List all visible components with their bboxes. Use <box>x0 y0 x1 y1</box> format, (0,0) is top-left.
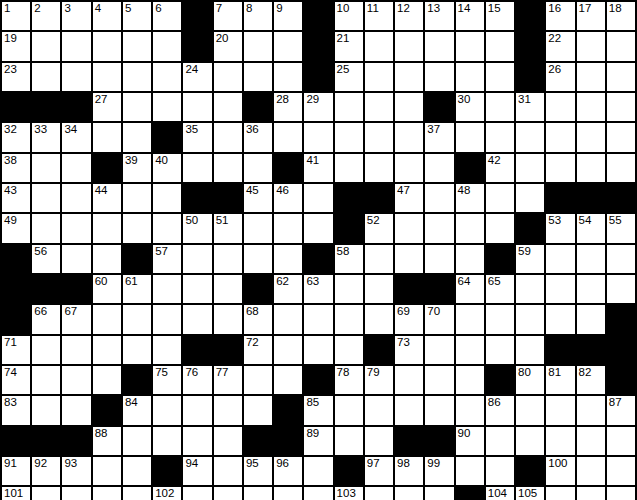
cell-r7c11[interactable] <box>303 183 333 213</box>
cell-r16c14[interactable]: 98 <box>394 456 424 486</box>
cell-r17c8[interactable] <box>213 486 243 500</box>
cell-r3c17[interactable] <box>485 62 515 92</box>
cell-r5c5[interactable] <box>122 122 152 152</box>
cell-r16c13[interactable]: 97 <box>364 456 394 486</box>
cell-r4c18[interactable]: 31 <box>515 92 545 122</box>
cell-r2c3[interactable] <box>61 31 91 61</box>
cell-r10c10[interactable]: 62 <box>273 274 303 304</box>
cell-r8c14[interactable] <box>394 213 424 243</box>
cell-r14c16[interactable] <box>455 395 485 425</box>
cell-r2c6[interactable] <box>152 31 182 61</box>
cell-r11c15[interactable]: 70 <box>424 304 454 334</box>
cell-r16c11[interactable] <box>303 456 333 486</box>
cell-r7c15[interactable] <box>424 183 454 213</box>
cell-r5c7[interactable]: 35 <box>182 122 212 152</box>
cell-r13c14[interactable] <box>394 365 424 395</box>
cell-r6c2[interactable] <box>31 153 61 183</box>
cell-r15c20[interactable] <box>576 426 606 456</box>
cell-r14c2[interactable] <box>31 395 61 425</box>
cell-r3c14[interactable] <box>394 62 424 92</box>
cell-r16c9[interactable]: 95 <box>243 456 273 486</box>
cell-r10c8[interactable] <box>213 274 243 304</box>
cell-r3c15[interactable] <box>424 62 454 92</box>
cell-r13c7[interactable]: 76 <box>182 365 212 395</box>
cell-r6c9[interactable] <box>243 153 273 183</box>
cell-r15c19[interactable] <box>545 426 575 456</box>
cell-r7c17[interactable] <box>485 183 515 213</box>
cell-r3c13[interactable] <box>364 62 394 92</box>
cell-r2c4[interactable] <box>92 31 122 61</box>
cell-r17c17[interactable]: 104 <box>485 486 515 500</box>
cell-r8c3[interactable] <box>61 213 91 243</box>
cell-r9c21[interactable] <box>606 244 636 274</box>
cell-r7c14[interactable]: 47 <box>394 183 424 213</box>
cell-r6c11[interactable]: 41 <box>303 153 333 183</box>
cell-r12c5[interactable] <box>122 335 152 365</box>
cell-r2c8[interactable]: 20 <box>213 31 243 61</box>
cell-r9c9[interactable] <box>243 244 273 274</box>
cell-r8c15[interactable] <box>424 213 454 243</box>
cell-r1c13[interactable]: 11 <box>364 1 394 31</box>
cell-r8c2[interactable] <box>31 213 61 243</box>
cell-r5c10[interactable] <box>273 122 303 152</box>
cell-r13c9[interactable] <box>243 365 273 395</box>
cell-r11c16[interactable] <box>455 304 485 334</box>
cell-r7c1[interactable]: 43 <box>1 183 31 213</box>
cell-r4c13[interactable] <box>364 92 394 122</box>
cell-r8c8[interactable]: 51 <box>213 213 243 243</box>
cell-r2c12[interactable]: 21 <box>334 31 364 61</box>
cell-r14c15[interactable] <box>424 395 454 425</box>
cell-r7c16[interactable]: 48 <box>455 183 485 213</box>
cell-r10c4[interactable]: 60 <box>92 274 122 304</box>
cell-r14c1[interactable]: 83 <box>1 395 31 425</box>
cell-r5c17[interactable] <box>485 122 515 152</box>
cell-r11c8[interactable] <box>213 304 243 334</box>
cell-r11c7[interactable] <box>182 304 212 334</box>
cell-r6c6[interactable]: 40 <box>152 153 182 183</box>
cell-r15c11[interactable]: 89 <box>303 426 333 456</box>
cell-r17c9[interactable] <box>243 486 273 500</box>
cell-r7c2[interactable] <box>31 183 61 213</box>
cell-r8c9[interactable] <box>243 213 273 243</box>
cell-r11c9[interactable]: 68 <box>243 304 273 334</box>
cell-r3c21[interactable] <box>606 62 636 92</box>
cell-r16c1[interactable]: 91 <box>1 456 31 486</box>
cell-r10c19[interactable] <box>545 274 575 304</box>
cell-r13c1[interactable]: 74 <box>1 365 31 395</box>
cell-r14c21[interactable]: 87 <box>606 395 636 425</box>
cell-r13c10[interactable] <box>273 365 303 395</box>
cell-r14c8[interactable] <box>213 395 243 425</box>
cell-r12c17[interactable] <box>485 335 515 365</box>
cell-r11c5[interactable] <box>122 304 152 334</box>
cell-r10c6[interactable] <box>152 274 182 304</box>
cell-r13c2[interactable] <box>31 365 61 395</box>
cell-r13c12[interactable]: 78 <box>334 365 364 395</box>
cell-r17c11[interactable] <box>303 486 333 500</box>
cell-r10c17[interactable]: 65 <box>485 274 515 304</box>
cell-r14c11[interactable]: 85 <box>303 395 333 425</box>
cell-r3c3[interactable] <box>61 62 91 92</box>
cell-r1c5[interactable]: 5 <box>122 1 152 31</box>
cell-r11c3[interactable]: 67 <box>61 304 91 334</box>
cell-r4c10[interactable]: 28 <box>273 92 303 122</box>
cell-r7c4[interactable]: 44 <box>92 183 122 213</box>
cell-r13c6[interactable]: 75 <box>152 365 182 395</box>
cell-r4c11[interactable]: 29 <box>303 92 333 122</box>
cell-r3c20[interactable] <box>576 62 606 92</box>
cell-r8c13[interactable]: 52 <box>364 213 394 243</box>
cell-r8c4[interactable] <box>92 213 122 243</box>
cell-r10c16[interactable]: 64 <box>455 274 485 304</box>
cell-r17c4[interactable] <box>92 486 122 500</box>
cell-r14c18[interactable] <box>515 395 545 425</box>
cell-r2c15[interactable] <box>424 31 454 61</box>
cell-r4c6[interactable] <box>152 92 182 122</box>
cell-r17c2[interactable] <box>31 486 61 500</box>
cell-r1c16[interactable]: 14 <box>455 1 485 31</box>
cell-r9c16[interactable] <box>455 244 485 274</box>
cell-r17c10[interactable] <box>273 486 303 500</box>
cell-r13c20[interactable]: 82 <box>576 365 606 395</box>
cell-r16c4[interactable] <box>92 456 122 486</box>
cell-r2c14[interactable] <box>394 31 424 61</box>
cell-r17c18[interactable]: 105 <box>515 486 545 500</box>
cell-r8c1[interactable]: 49 <box>1 213 31 243</box>
cell-r4c7[interactable] <box>182 92 212 122</box>
cell-r3c10[interactable] <box>273 62 303 92</box>
cell-r15c6[interactable] <box>152 426 182 456</box>
cell-r16c19[interactable]: 100 <box>545 456 575 486</box>
cell-r9c10[interactable] <box>273 244 303 274</box>
cell-r13c16[interactable] <box>455 365 485 395</box>
cell-r12c12[interactable] <box>334 335 364 365</box>
cell-r3c6[interactable] <box>152 62 182 92</box>
cell-r7c5[interactable] <box>122 183 152 213</box>
cell-r12c10[interactable] <box>273 335 303 365</box>
cell-r10c7[interactable] <box>182 274 212 304</box>
cell-r1c2[interactable]: 2 <box>31 1 61 31</box>
cell-r2c2[interactable] <box>31 31 61 61</box>
cell-r1c8[interactable]: 7 <box>213 1 243 31</box>
cell-r8c20[interactable]: 54 <box>576 213 606 243</box>
cell-r16c7[interactable]: 94 <box>182 456 212 486</box>
cell-r16c20[interactable] <box>576 456 606 486</box>
black-cell-r7c13 <box>364 183 394 213</box>
cell-r6c15[interactable] <box>424 153 454 183</box>
cell-r9c8[interactable] <box>213 244 243 274</box>
cell-r7c18[interactable] <box>515 183 545 213</box>
cell-r17c21[interactable] <box>606 486 636 500</box>
cell-r5c18[interactable] <box>515 122 545 152</box>
cell-r8c5[interactable] <box>122 213 152 243</box>
cell-r13c4[interactable] <box>92 365 122 395</box>
cell-r11c14[interactable]: 69 <box>394 304 424 334</box>
cell-r5c2[interactable]: 33 <box>31 122 61 152</box>
cell-r10c5[interactable]: 61 <box>122 274 152 304</box>
cell-r9c18[interactable]: 59 <box>515 244 545 274</box>
cell-r4c5[interactable] <box>122 92 152 122</box>
cell-r16c16[interactable] <box>455 456 485 486</box>
cell-r8c17[interactable] <box>485 213 515 243</box>
cell-r9c14[interactable] <box>394 244 424 274</box>
cell-r2c20[interactable] <box>576 31 606 61</box>
cell-r3c9[interactable] <box>243 62 273 92</box>
cell-r3c19[interactable]: 26 <box>545 62 575 92</box>
cell-r15c12[interactable] <box>334 426 364 456</box>
cell-r2c13[interactable] <box>364 31 394 61</box>
cell-r4c16[interactable]: 30 <box>455 92 485 122</box>
cell-r11c4[interactable] <box>92 304 122 334</box>
black-cell-r13c5 <box>122 365 152 395</box>
cell-r11c17[interactable] <box>485 304 515 334</box>
cell-r1c9[interactable]: 8 <box>243 1 273 31</box>
cell-r2c9[interactable] <box>243 31 273 61</box>
cell-r5c19[interactable] <box>545 122 575 152</box>
cell-r14c17[interactable]: 86 <box>485 395 515 425</box>
cell-r11c2[interactable]: 66 <box>31 304 61 334</box>
cell-r3c4[interactable] <box>92 62 122 92</box>
cell-r5c9[interactable]: 36 <box>243 122 273 152</box>
cell-r15c4[interactable]: 88 <box>92 426 122 456</box>
cell-r3c7[interactable]: 24 <box>182 62 212 92</box>
cell-r12c3[interactable] <box>61 335 91 365</box>
cell-r12c1[interactable]: 71 <box>1 335 31 365</box>
cell-r15c21[interactable] <box>606 426 636 456</box>
cell-r3c8[interactable] <box>213 62 243 92</box>
cell-r13c19[interactable]: 81 <box>545 365 575 395</box>
cell-r17c12[interactable]: 103 <box>334 486 364 500</box>
cell-r11c11[interactable] <box>303 304 333 334</box>
cell-r6c12[interactable] <box>334 153 364 183</box>
cell-r14c7[interactable] <box>182 395 212 425</box>
cell-r1c10[interactable]: 9 <box>273 1 303 31</box>
cell-r16c5[interactable] <box>122 456 152 486</box>
cell-r17c20[interactable] <box>576 486 606 500</box>
cell-r4c14[interactable] <box>394 92 424 122</box>
cell-r4c21[interactable] <box>606 92 636 122</box>
cell-r14c13[interactable] <box>364 395 394 425</box>
cell-r11c13[interactable] <box>364 304 394 334</box>
cell-r4c19[interactable] <box>545 92 575 122</box>
cell-r14c3[interactable] <box>61 395 91 425</box>
cell-r16c21[interactable] <box>606 456 636 486</box>
cell-r6c14[interactable] <box>394 153 424 183</box>
cell-r2c5[interactable] <box>122 31 152 61</box>
cell-r8c16[interactable] <box>455 213 485 243</box>
cell-r5c12[interactable] <box>334 122 364 152</box>
cell-r6c3[interactable] <box>61 153 91 183</box>
cell-r15c8[interactable] <box>213 426 243 456</box>
cell-r1c12[interactable]: 10 <box>334 1 364 31</box>
cell-r10c18[interactable] <box>515 274 545 304</box>
cell-r6c19[interactable] <box>545 153 575 183</box>
cell-r12c11[interactable] <box>303 335 333 365</box>
cell-r4c12[interactable] <box>334 92 364 122</box>
cell-r12c2[interactable] <box>31 335 61 365</box>
cell-r3c16[interactable] <box>455 62 485 92</box>
cell-r12c9[interactable]: 72 <box>243 335 273 365</box>
cell-r10c13[interactable] <box>364 274 394 304</box>
cell-r8c7[interactable]: 50 <box>182 213 212 243</box>
cell-r6c8[interactable] <box>213 153 243 183</box>
cell-r5c14[interactable] <box>394 122 424 152</box>
cell-r12c14[interactable]: 73 <box>394 335 424 365</box>
cell-r13c18[interactable]: 80 <box>515 365 545 395</box>
cell-r15c18[interactable] <box>515 426 545 456</box>
cell-r17c19[interactable] <box>545 486 575 500</box>
cell-r8c19[interactable]: 53 <box>545 213 575 243</box>
cell-r6c20[interactable] <box>576 153 606 183</box>
cell-r5c11[interactable] <box>303 122 333 152</box>
cell-r6c21[interactable] <box>606 153 636 183</box>
cell-r15c7[interactable] <box>182 426 212 456</box>
cell-r7c6[interactable] <box>152 183 182 213</box>
cell-r5c4[interactable] <box>92 122 122 152</box>
cell-r4c20[interactable] <box>576 92 606 122</box>
cell-r16c8[interactable] <box>213 456 243 486</box>
cell-r7c3[interactable] <box>61 183 91 213</box>
cell-r11c18[interactable] <box>515 304 545 334</box>
cell-r3c2[interactable] <box>31 62 61 92</box>
cell-r4c4[interactable]: 27 <box>92 92 122 122</box>
cell-r17c6[interactable]: 102 <box>152 486 182 500</box>
cell-r17c7[interactable] <box>182 486 212 500</box>
cell-r2c21[interactable] <box>606 31 636 61</box>
cell-r9c4[interactable] <box>92 244 122 274</box>
cell-r5c20[interactable] <box>576 122 606 152</box>
cell-r1c4[interactable]: 4 <box>92 1 122 31</box>
cell-r6c1[interactable]: 38 <box>1 153 31 183</box>
cell-r13c3[interactable] <box>61 365 91 395</box>
cell-r2c16[interactable] <box>455 31 485 61</box>
cell-r15c17[interactable] <box>485 426 515 456</box>
cell-r15c16[interactable]: 90 <box>455 426 485 456</box>
cell-r5c3[interactable]: 34 <box>61 122 91 152</box>
cell-r9c13[interactable] <box>364 244 394 274</box>
cell-r9c19[interactable] <box>545 244 575 274</box>
cell-r8c11[interactable] <box>303 213 333 243</box>
cell-r5c8[interactable] <box>213 122 243 152</box>
cell-r9c15[interactable] <box>424 244 454 274</box>
cell-r12c15[interactable] <box>424 335 454 365</box>
cell-r11c20[interactable] <box>576 304 606 334</box>
cell-r1c20[interactable]: 17 <box>576 1 606 31</box>
cell-r6c13[interactable] <box>364 153 394 183</box>
cell-r15c13[interactable] <box>364 426 394 456</box>
cell-r3c12[interactable]: 25 <box>334 62 364 92</box>
cell-r1c14[interactable]: 12 <box>394 1 424 31</box>
cell-r5c15[interactable]: 37 <box>424 122 454 152</box>
black-cell-r9c17 <box>485 244 515 274</box>
cell-r9c7[interactable] <box>182 244 212 274</box>
cell-r1c3[interactable]: 3 <box>61 1 91 31</box>
cell-r17c13[interactable] <box>364 486 394 500</box>
cell-r2c19[interactable]: 22 <box>545 31 575 61</box>
cell-r16c2[interactable]: 92 <box>31 456 61 486</box>
cell-r7c9[interactable]: 45 <box>243 183 273 213</box>
cell-r11c10[interactable] <box>273 304 303 334</box>
cell-r4c17[interactable] <box>485 92 515 122</box>
cell-r14c6[interactable] <box>152 395 182 425</box>
cell-r14c12[interactable] <box>334 395 364 425</box>
cell-r4c8[interactable] <box>213 92 243 122</box>
cell-r9c20[interactable] <box>576 244 606 274</box>
cell-r15c5[interactable] <box>122 426 152 456</box>
cell-r8c6[interactable] <box>152 213 182 243</box>
cell-r17c1[interactable]: 101 <box>1 486 31 500</box>
cell-r1c21[interactable]: 18 <box>606 1 636 31</box>
cell-r1c17[interactable]: 15 <box>485 1 515 31</box>
cell-r14c19[interactable] <box>545 395 575 425</box>
cell-r12c16[interactable] <box>455 335 485 365</box>
cell-r2c17[interactable] <box>485 31 515 61</box>
cell-r17c5[interactable] <box>122 486 152 500</box>
cell-r1c6[interactable]: 6 <box>152 1 182 31</box>
cell-r13c15[interactable] <box>424 365 454 395</box>
cell-r2c1[interactable]: 19 <box>1 31 31 61</box>
cell-r8c10[interactable] <box>273 213 303 243</box>
cell-r6c5[interactable]: 39 <box>122 153 152 183</box>
cell-r10c21[interactable] <box>606 274 636 304</box>
cell-r8c21[interactable]: 55 <box>606 213 636 243</box>
cell-r16c17[interactable] <box>485 456 515 486</box>
cell-r11c19[interactable] <box>545 304 575 334</box>
cell-r1c1[interactable]: 1 <box>1 1 31 31</box>
cell-r11c12[interactable] <box>334 304 364 334</box>
cell-r9c12[interactable]: 58 <box>334 244 364 274</box>
cell-r1c19[interactable]: 16 <box>545 1 575 31</box>
black-cell-r12c21 <box>606 335 636 365</box>
cell-r6c18[interactable] <box>515 153 545 183</box>
cell-r3c1[interactable]: 23 <box>1 62 31 92</box>
cell-r16c3[interactable]: 93 <box>61 456 91 486</box>
cell-r14c5[interactable]: 84 <box>122 395 152 425</box>
cell-r5c16[interactable] <box>455 122 485 152</box>
cell-r17c3[interactable] <box>61 486 91 500</box>
cell-r1c15[interactable]: 13 <box>424 1 454 31</box>
cell-r10c20[interactable] <box>576 274 606 304</box>
cell-r2c10[interactable] <box>273 31 303 61</box>
cell-r6c7[interactable] <box>182 153 212 183</box>
cell-r12c6[interactable] <box>152 335 182 365</box>
cell-r9c2[interactable]: 56 <box>31 244 61 274</box>
cell-r10c12[interactable] <box>334 274 364 304</box>
cell-r5c21[interactable] <box>606 122 636 152</box>
cell-r13c8[interactable]: 77 <box>213 365 243 395</box>
cell-r17c14[interactable] <box>394 486 424 500</box>
cell-r5c13[interactable] <box>364 122 394 152</box>
cell-r14c9[interactable] <box>243 395 273 425</box>
cell-r3c5[interactable] <box>122 62 152 92</box>
cell-r11c6[interactable] <box>152 304 182 334</box>
cell-r10c11[interactable]: 63 <box>303 274 333 304</box>
cell-r9c6[interactable]: 57 <box>152 244 182 274</box>
cell-r12c18[interactable] <box>515 335 545 365</box>
cell-r5c1[interactable]: 32 <box>1 122 31 152</box>
cell-r14c20[interactable] <box>576 395 606 425</box>
cell-r9c3[interactable] <box>61 244 91 274</box>
cell-r7c10[interactable]: 46 <box>273 183 303 213</box>
cell-r6c17[interactable]: 42 <box>485 153 515 183</box>
cell-r13c13[interactable]: 79 <box>364 365 394 395</box>
cell-r16c10[interactable]: 96 <box>273 456 303 486</box>
cell-r16c15[interactable]: 99 <box>424 456 454 486</box>
cell-r17c15[interactable] <box>424 486 454 500</box>
cell-r14c14[interactable] <box>394 395 424 425</box>
cell-r12c4[interactable] <box>92 335 122 365</box>
